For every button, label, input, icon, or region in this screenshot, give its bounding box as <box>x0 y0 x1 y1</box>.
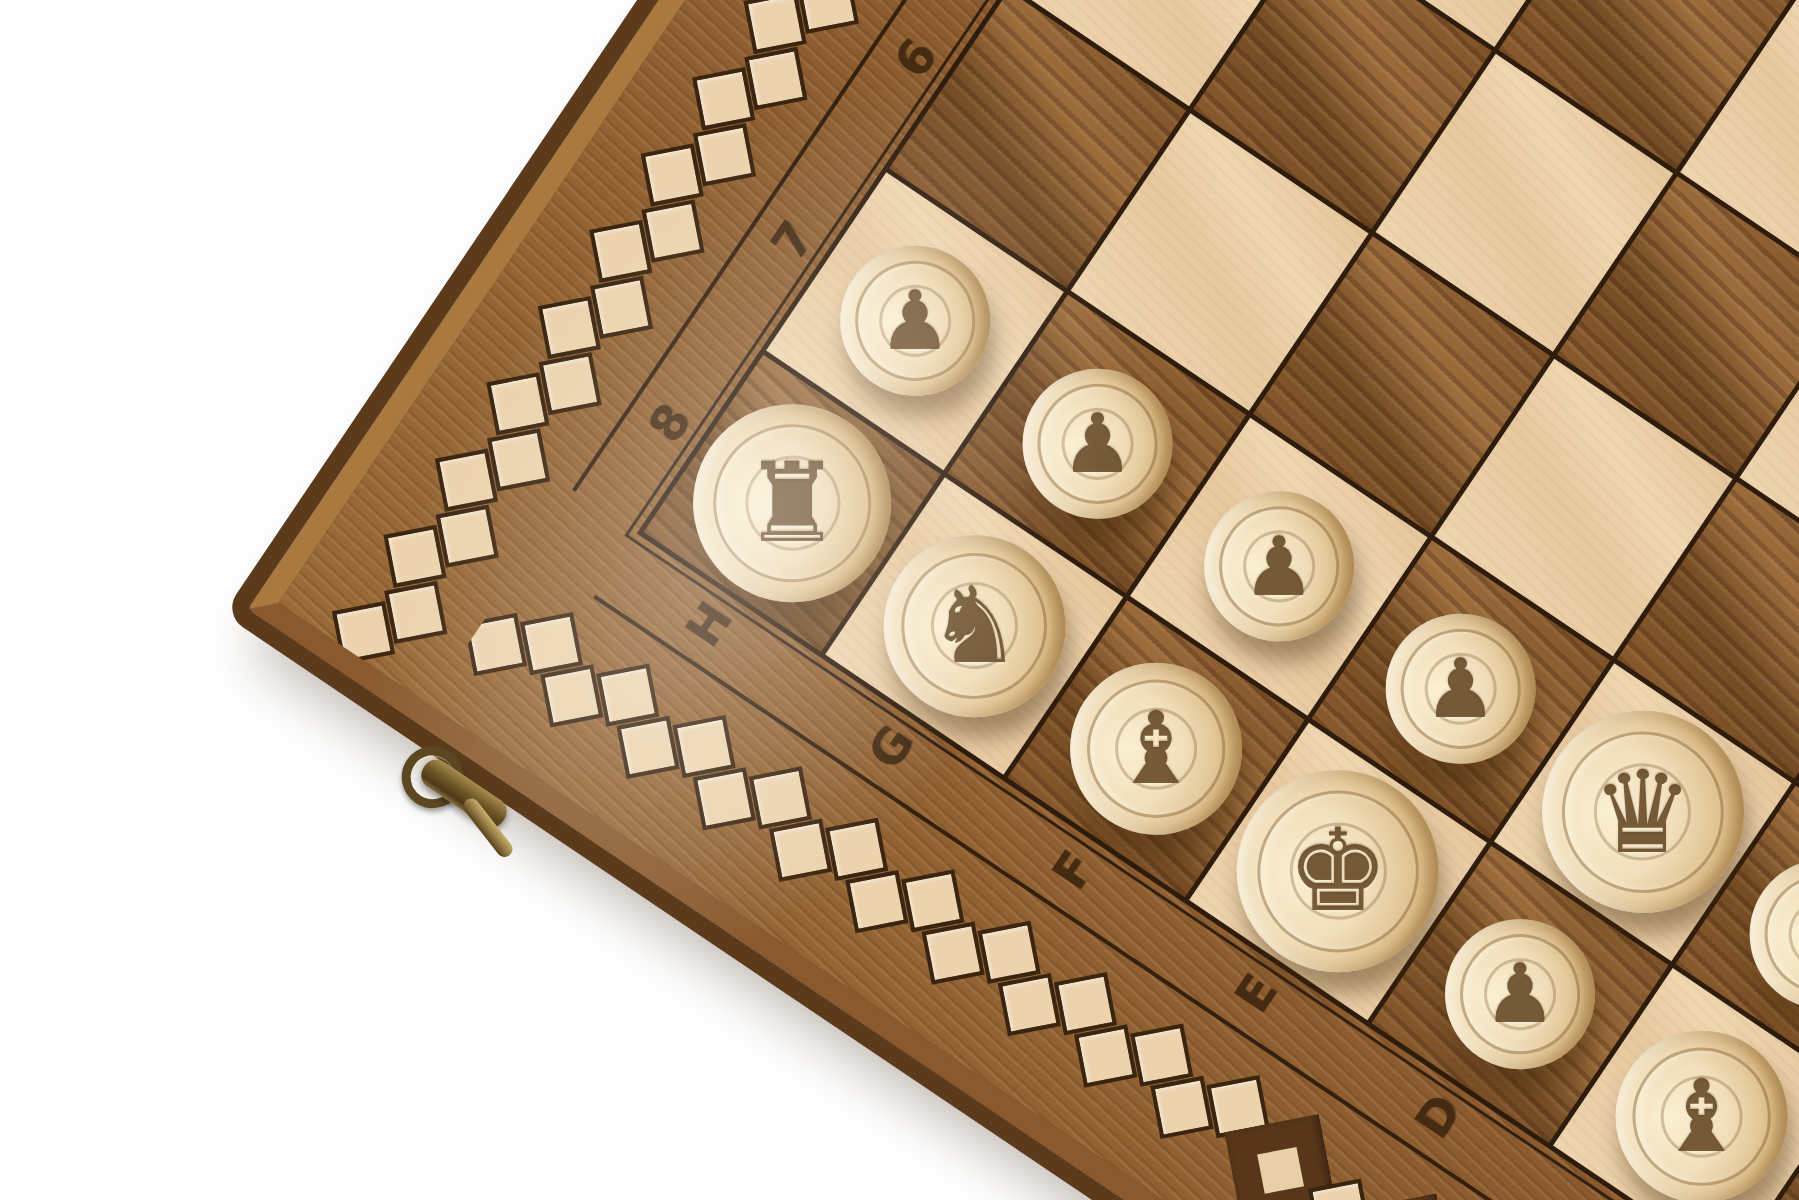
inlay-small-diamond <box>850 875 904 929</box>
inlay-small-diamond <box>1135 1028 1189 1082</box>
inlay-small-diamond <box>440 509 494 563</box>
bishop-glyph: ♝ <box>1657 1067 1747 1167</box>
pawn-glyph: ♟ <box>1424 648 1498 730</box>
inlay-small-diamond <box>621 720 675 774</box>
inlay-small-diamond <box>830 822 884 876</box>
chess-board: 87654321 HGFEDCBA ♜♟♞♟♝♟♚♟♟♛♝♟ <box>248 0 1799 1200</box>
piece-white-pawn-f7[interactable]: ♟ <box>1175 463 1383 671</box>
inlay-small-diamond <box>800 0 854 29</box>
inlay-small-diamond <box>697 128 751 182</box>
inlay-small-diamond <box>697 72 751 126</box>
piece-white-pawn-d8[interactable]: ♟ <box>1416 890 1624 1098</box>
inlay-small-diamond <box>926 926 980 980</box>
inlay-small-diamond <box>645 148 699 202</box>
piece-white-pawn-e7[interactable]: ♟ <box>1357 585 1565 793</box>
inlay-small-diamond <box>1058 977 1112 1031</box>
piece-white-pawn-h7[interactable]: ♟ <box>811 217 1019 425</box>
king-glyph: ♚ <box>1287 814 1389 928</box>
inlay-small-diamond <box>595 280 649 334</box>
inlay-small-diamond <box>906 874 960 928</box>
inlay-small-diamond <box>492 433 546 487</box>
inlay-small-diamond <box>1079 1029 1133 1083</box>
knight-glyph: ♞ <box>927 573 1022 679</box>
inlay-small-diamond <box>749 52 803 106</box>
inlay-small-diamond <box>525 617 579 671</box>
inlay-small-diamond <box>1155 1080 1209 1134</box>
inlay-small-diamond <box>543 357 597 411</box>
inlay-small-diamond <box>774 823 828 877</box>
inlay-small-diamond <box>594 224 648 278</box>
inlay-small-diamond <box>748 0 802 49</box>
inlay-small-diamond <box>542 301 596 355</box>
rook-glyph: ♜ <box>743 448 842 558</box>
inlay-small-diamond <box>601 668 655 722</box>
pawn-glyph: ♟ <box>1060 403 1134 485</box>
pawn-glyph: ♟ <box>1242 526 1316 608</box>
piece-white-pawn-g7[interactable]: ♟ <box>993 340 1201 548</box>
inlay-small-diamond <box>697 772 751 826</box>
bishop-glyph: ♝ <box>1111 699 1201 799</box>
inlay-small-diamond <box>753 771 807 825</box>
inlay-small-diamond <box>389 585 443 639</box>
inlay-small-diamond <box>388 529 442 583</box>
inlay-small-diamond <box>439 453 493 507</box>
inlay-small-diamond <box>1002 978 1056 1032</box>
photo-viewport: 87654321 HGFEDCBA ♜♟♞♟♝♟♚♟♟♛♝♟ <box>0 0 1799 1200</box>
inlay-small-diamond <box>982 925 1036 979</box>
pawn-glyph: ♟ <box>1788 894 1799 976</box>
pawn-glyph: ♟ <box>1483 953 1557 1035</box>
queen-glyph: ♛ <box>1591 755 1693 869</box>
inlay-small-diamond <box>491 377 545 431</box>
pawn-glyph: ♟ <box>878 280 952 362</box>
inlay-small-diamond <box>646 204 700 258</box>
inlay-small-diamond <box>545 669 599 723</box>
inlay-small-diamond <box>677 720 731 774</box>
